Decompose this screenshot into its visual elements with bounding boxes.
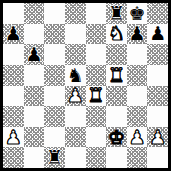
square-h4[interactable]: [147, 86, 168, 107]
square-e5[interactable]: [86, 65, 107, 86]
square-d7[interactable]: [65, 24, 86, 45]
black-king-icon: ♚: [129, 3, 146, 22]
square-f4[interactable]: [106, 86, 127, 107]
square-a1[interactable]: [3, 147, 24, 168]
black-knight-icon: ♞: [67, 65, 84, 84]
square-b2[interactable]: [24, 127, 45, 148]
square-d2[interactable]: [65, 127, 86, 148]
square-c1[interactable]: ♜: [44, 147, 65, 168]
square-g3[interactable]: [127, 106, 148, 127]
white-rook-icon: ♜: [87, 86, 104, 105]
square-d8[interactable]: [65, 3, 86, 24]
square-g8[interactable]: ♚: [127, 3, 148, 24]
white-pawn-icon: ♟: [5, 127, 22, 146]
white-king-icon: ♚: [108, 127, 125, 146]
square-f1[interactable]: [106, 147, 127, 168]
square-h5[interactable]: [147, 65, 168, 86]
square-e8[interactable]: [86, 3, 107, 24]
square-h6[interactable]: [147, 44, 168, 65]
white-pawn-icon: ♟: [67, 86, 84, 105]
square-c4[interactable]: [44, 86, 65, 107]
black-rook-icon: ♜: [108, 3, 125, 22]
square-c3[interactable]: [44, 106, 65, 127]
square-f3[interactable]: [106, 106, 127, 127]
square-h8[interactable]: [147, 3, 168, 24]
square-e1[interactable]: [86, 147, 107, 168]
square-e2[interactable]: [86, 127, 107, 148]
square-f7[interactable]: ♞: [106, 24, 127, 45]
square-h1[interactable]: [147, 147, 168, 168]
square-c2[interactable]: [44, 127, 65, 148]
square-d5[interactable]: ♞: [65, 65, 86, 86]
square-g4[interactable]: [127, 86, 148, 107]
square-e4[interactable]: ♜: [86, 86, 107, 107]
square-a5[interactable]: [3, 65, 24, 86]
square-f8[interactable]: ♜: [106, 3, 127, 24]
square-f6[interactable]: [106, 44, 127, 65]
square-d3[interactable]: [65, 106, 86, 127]
square-c8[interactable]: [44, 3, 65, 24]
square-b5[interactable]: [24, 65, 45, 86]
square-a7[interactable]: ♟: [3, 24, 24, 45]
square-e3[interactable]: [86, 106, 107, 127]
square-g1[interactable]: [127, 147, 148, 168]
square-g2[interactable]: ♟: [127, 127, 148, 148]
square-a2[interactable]: ♟: [3, 127, 24, 148]
black-pawn-icon: ♟: [149, 24, 166, 43]
square-d1[interactable]: [65, 147, 86, 168]
square-b4[interactable]: [24, 86, 45, 107]
square-b6[interactable]: ♟: [24, 44, 45, 65]
square-b1[interactable]: [24, 147, 45, 168]
square-e6[interactable]: [86, 44, 107, 65]
chessboard: ♜♚♟♞♟♟♟♞♜♟♜♟♚♟♟♜: [3, 3, 168, 168]
square-a8[interactable]: [3, 3, 24, 24]
square-a3[interactable]: [3, 106, 24, 127]
square-h2[interactable]: ♟: [147, 127, 168, 148]
white-knight-icon: ♞: [108, 24, 125, 43]
square-a4[interactable]: [3, 86, 24, 107]
square-e7[interactable]: [86, 24, 107, 45]
square-d4[interactable]: ♟: [65, 86, 86, 107]
square-b8[interactable]: [24, 3, 45, 24]
white-pawn-icon: ♟: [129, 127, 146, 146]
black-rook-icon: ♜: [46, 148, 63, 167]
square-d6[interactable]: [65, 44, 86, 65]
white-pawn-icon: ♟: [149, 127, 166, 146]
square-c5[interactable]: [44, 65, 65, 86]
square-c6[interactable]: [44, 44, 65, 65]
square-h3[interactable]: [147, 106, 168, 127]
square-g5[interactable]: [127, 65, 148, 86]
square-a6[interactable]: [3, 44, 24, 65]
square-b3[interactable]: [24, 106, 45, 127]
square-c7[interactable]: [44, 24, 65, 45]
chessboard-frame: ♜♚♟♞♟♟♟♞♜♟♜♟♚♟♟♜: [0, 0, 171, 171]
square-f2[interactable]: ♚: [106, 127, 127, 148]
black-pawn-icon: ♟: [25, 45, 42, 64]
white-rook-icon: ♜: [108, 65, 125, 84]
square-f5[interactable]: ♜: [106, 65, 127, 86]
black-pawn-icon: ♟: [5, 24, 22, 43]
square-g7[interactable]: ♟: [127, 24, 148, 45]
black-pawn-icon: ♟: [129, 24, 146, 43]
square-h7[interactable]: ♟: [147, 24, 168, 45]
square-g6[interactable]: [127, 44, 148, 65]
square-b7[interactable]: [24, 24, 45, 45]
